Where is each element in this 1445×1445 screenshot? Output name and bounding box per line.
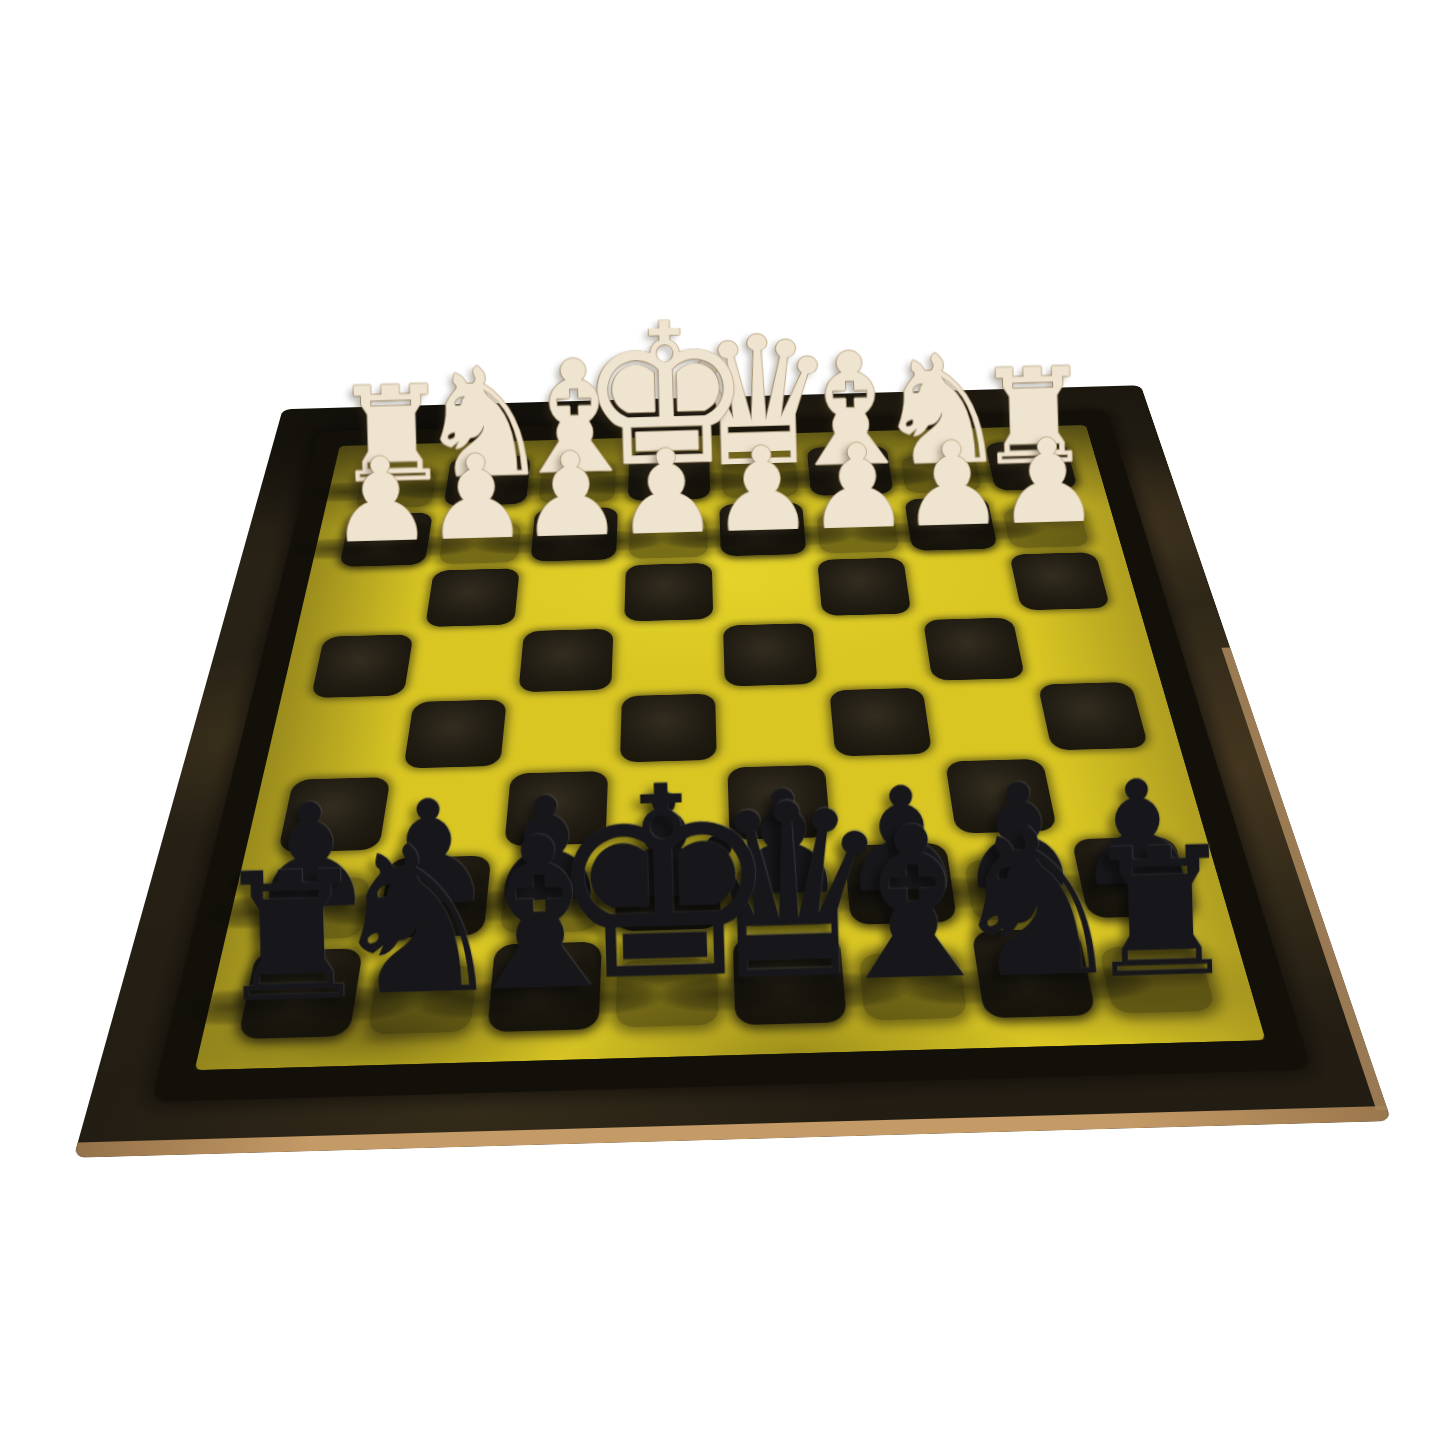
scene: ♜♞♝♛♚♝♞♜♟♟♟♟♟♟♟♟♟♟♟♟♟♟♟♟♜♞♝♛♚♝♞♜ xyxy=(0,0,1445,1445)
piece-white-pawn: ♟ xyxy=(423,438,530,557)
piece-white-pawn: ♟ xyxy=(804,428,911,547)
piece-white-pawn: ♟ xyxy=(709,430,816,549)
piece-white-pawn: ♟ xyxy=(899,425,1006,544)
perspective-tilt: ♜♞♝♛♚♝♞♜♟♟♟♟♟♟♟♟♟♟♟♟♟♟♟♟♜♞♝♛♚♝♞♜ xyxy=(0,0,1445,1445)
piece-white-pawn: ♟ xyxy=(613,433,720,552)
piece-black-rook: ♜ xyxy=(210,847,374,1029)
piece-white-pawn: ♟ xyxy=(327,441,434,560)
chess-board: ♜♞♝♛♚♝♞♜♟♟♟♟♟♟♟♟♟♟♟♟♟♟♟♟♜♞♝♛♚♝♞♜ xyxy=(74,385,1392,1158)
piece-white-pawn: ♟ xyxy=(518,436,625,555)
board-photo: ♜♞♝♛♚♝♞♜♟♟♟♟♟♟♟♟♟♟♟♟♟♟♟♟♜♞♝♛♚♝♞♜ xyxy=(0,0,1445,1445)
piece-white-pawn: ♟ xyxy=(994,422,1101,541)
